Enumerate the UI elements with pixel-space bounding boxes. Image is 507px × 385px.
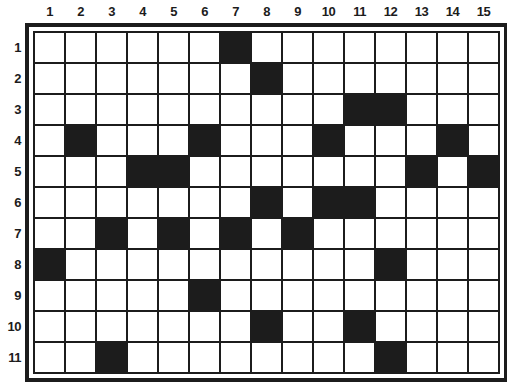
white-cell[interactable] [128, 343, 157, 372]
white-cell[interactable] [35, 281, 64, 310]
white-cell[interactable] [97, 157, 126, 186]
column-labels: 123456789101112131415 [35, 2, 498, 20]
white-cell[interactable] [469, 343, 498, 372]
white-cell[interactable] [376, 188, 405, 217]
white-cell[interactable] [97, 33, 126, 62]
white-cell[interactable] [66, 281, 95, 310]
white-cell[interactable] [314, 281, 343, 310]
column-label: 5 [159, 2, 188, 20]
white-cell[interactable] [252, 95, 281, 124]
white-cell[interactable] [283, 33, 312, 62]
black-cell [128, 157, 157, 186]
white-cell[interactable] [35, 157, 64, 186]
black-cell [345, 188, 374, 217]
white-cell[interactable] [283, 157, 312, 186]
black-cell [345, 312, 374, 341]
white-cell[interactable] [345, 157, 374, 186]
row-label: 9 [0, 281, 23, 310]
black-cell [252, 64, 281, 93]
white-cell[interactable] [314, 312, 343, 341]
white-cell[interactable] [407, 219, 436, 248]
black-cell [345, 95, 374, 124]
white-cell[interactable] [376, 312, 405, 341]
white-cell[interactable] [283, 312, 312, 341]
white-cell[interactable] [159, 188, 188, 217]
white-cell[interactable] [66, 250, 95, 279]
white-cell[interactable] [221, 312, 250, 341]
white-cell[interactable] [314, 33, 343, 62]
white-cell[interactable] [469, 219, 498, 248]
column-label: 8 [252, 2, 281, 20]
column-label: 1 [35, 2, 64, 20]
white-cell[interactable] [159, 281, 188, 310]
white-cell[interactable] [128, 219, 157, 248]
white-cell[interactable] [252, 343, 281, 372]
row-label: 1 [0, 33, 23, 62]
white-cell[interactable] [376, 64, 405, 93]
white-cell[interactable] [345, 250, 374, 279]
white-cell[interactable] [345, 219, 374, 248]
column-label: 12 [376, 2, 405, 20]
white-cell[interactable] [128, 126, 157, 155]
column-label: 13 [407, 2, 436, 20]
white-cell[interactable] [159, 126, 188, 155]
white-cell[interactable] [345, 343, 374, 372]
white-cell[interactable] [128, 250, 157, 279]
white-cell[interactable] [252, 157, 281, 186]
white-cell[interactable] [252, 33, 281, 62]
column-label: 11 [345, 2, 374, 20]
white-cell[interactable] [66, 157, 95, 186]
white-cell[interactable] [407, 250, 436, 279]
black-cell [190, 126, 219, 155]
column-label: 3 [97, 2, 126, 20]
white-cell[interactable] [283, 126, 312, 155]
white-cell[interactable] [314, 219, 343, 248]
row-label: 8 [0, 250, 23, 279]
white-cell[interactable] [66, 188, 95, 217]
puzzle-grid [33, 31, 500, 374]
white-cell[interactable] [97, 64, 126, 93]
white-cell[interactable] [407, 281, 436, 310]
white-cell[interactable] [438, 64, 467, 93]
row-label: 7 [0, 219, 23, 248]
white-cell[interactable] [221, 343, 250, 372]
white-cell[interactable] [314, 95, 343, 124]
white-cell[interactable] [314, 64, 343, 93]
white-cell[interactable] [407, 126, 436, 155]
white-cell[interactable] [438, 33, 467, 62]
white-cell[interactable] [66, 95, 95, 124]
black-cell [283, 219, 312, 248]
white-cell[interactable] [252, 219, 281, 248]
white-cell[interactable] [66, 343, 95, 372]
column-label: 4 [128, 2, 157, 20]
black-cell [314, 188, 343, 217]
white-cell[interactable] [190, 343, 219, 372]
white-cell[interactable] [190, 188, 219, 217]
white-cell[interactable] [438, 281, 467, 310]
white-cell[interactable] [283, 188, 312, 217]
white-cell[interactable] [128, 64, 157, 93]
white-cell[interactable] [438, 157, 467, 186]
row-label: 5 [0, 157, 23, 186]
white-cell[interactable] [97, 250, 126, 279]
black-cell [252, 188, 281, 217]
white-cell[interactable] [283, 64, 312, 93]
white-cell[interactable] [314, 343, 343, 372]
white-cell[interactable] [35, 64, 64, 93]
white-cell[interactable] [97, 312, 126, 341]
white-cell[interactable] [252, 250, 281, 279]
white-cell[interactable] [221, 95, 250, 124]
white-cell[interactable] [283, 343, 312, 372]
white-cell[interactable] [345, 64, 374, 93]
white-cell[interactable] [407, 343, 436, 372]
white-cell[interactable] [407, 312, 436, 341]
white-cell[interactable] [35, 343, 64, 372]
white-cell[interactable] [345, 33, 374, 62]
column-label: 7 [221, 2, 250, 20]
white-cell[interactable] [35, 312, 64, 341]
black-cell [66, 126, 95, 155]
row-labels: 1234567891011 [0, 33, 23, 372]
white-cell[interactable] [438, 95, 467, 124]
white-cell[interactable] [35, 219, 64, 248]
row-label: 10 [0, 312, 23, 341]
white-cell[interactable] [314, 157, 343, 186]
white-cell[interactable] [221, 188, 250, 217]
white-cell[interactable] [159, 95, 188, 124]
row-label: 3 [0, 95, 23, 124]
white-cell[interactable] [469, 250, 498, 279]
column-label: 14 [438, 2, 467, 20]
black-cell [159, 157, 188, 186]
black-cell [438, 126, 467, 155]
black-cell [376, 250, 405, 279]
black-cell [376, 343, 405, 372]
white-cell[interactable] [469, 188, 498, 217]
row-label: 4 [0, 126, 23, 155]
white-cell[interactable] [190, 250, 219, 279]
white-cell[interactable] [376, 126, 405, 155]
white-cell[interactable] [252, 126, 281, 155]
white-cell[interactable] [407, 64, 436, 93]
white-cell[interactable] [190, 157, 219, 186]
white-cell[interactable] [190, 95, 219, 124]
white-cell[interactable] [190, 219, 219, 248]
white-cell[interactable] [35, 95, 64, 124]
white-cell[interactable] [190, 312, 219, 341]
white-cell[interactable] [159, 250, 188, 279]
black-cell [221, 219, 250, 248]
column-label: 15 [469, 2, 498, 20]
white-cell[interactable] [469, 312, 498, 341]
white-cell[interactable] [66, 312, 95, 341]
white-cell[interactable] [128, 312, 157, 341]
white-cell[interactable] [283, 95, 312, 124]
white-cell[interactable] [283, 250, 312, 279]
white-cell[interactable] [159, 343, 188, 372]
white-cell[interactable] [376, 219, 405, 248]
white-cell[interactable] [97, 188, 126, 217]
white-cell[interactable] [128, 188, 157, 217]
black-cell [407, 157, 436, 186]
white-cell[interactable] [469, 64, 498, 93]
white-cell[interactable] [190, 33, 219, 62]
white-cell[interactable] [438, 188, 467, 217]
row-label: 2 [0, 64, 23, 93]
column-label: 6 [190, 2, 219, 20]
white-cell[interactable] [221, 157, 250, 186]
black-cell [469, 157, 498, 186]
white-cell[interactable] [376, 157, 405, 186]
white-cell[interactable] [407, 95, 436, 124]
white-cell[interactable] [97, 281, 126, 310]
column-label: 9 [283, 2, 312, 20]
white-cell[interactable] [283, 281, 312, 310]
white-cell[interactable] [407, 188, 436, 217]
row-label: 6 [0, 188, 23, 217]
white-cell[interactable] [314, 250, 343, 279]
white-cell[interactable] [35, 126, 64, 155]
white-cell[interactable] [438, 250, 467, 279]
black-cell [314, 126, 343, 155]
black-cell [221, 33, 250, 62]
white-cell[interactable] [438, 219, 467, 248]
black-cell [159, 219, 188, 248]
white-cell[interactable] [221, 250, 250, 279]
black-cell [252, 312, 281, 341]
white-cell[interactable] [376, 281, 405, 310]
white-cell[interactable] [376, 33, 405, 62]
black-cell [35, 250, 64, 279]
puzzle-board [25, 23, 507, 382]
row-label: 11 [0, 343, 23, 372]
black-cell [97, 219, 126, 248]
white-cell[interactable] [469, 95, 498, 124]
white-cell[interactable] [345, 126, 374, 155]
white-cell[interactable] [35, 188, 64, 217]
crossword-diagram: 123456789101112131415 1234567891011 [0, 0, 507, 385]
white-cell[interactable] [66, 33, 95, 62]
white-cell[interactable] [438, 312, 467, 341]
white-cell[interactable] [469, 33, 498, 62]
white-cell[interactable] [345, 281, 374, 310]
white-cell[interactable] [159, 312, 188, 341]
white-cell[interactable] [407, 33, 436, 62]
white-cell[interactable] [159, 33, 188, 62]
white-cell[interactable] [128, 33, 157, 62]
black-cell [190, 281, 219, 310]
column-label: 2 [66, 2, 95, 20]
black-cell [97, 343, 126, 372]
black-cell [376, 95, 405, 124]
white-cell[interactable] [252, 281, 281, 310]
white-cell[interactable] [469, 126, 498, 155]
white-cell[interactable] [97, 126, 126, 155]
white-cell[interactable] [66, 219, 95, 248]
white-cell[interactable] [35, 33, 64, 62]
white-cell[interactable] [438, 343, 467, 372]
column-label: 10 [314, 2, 343, 20]
white-cell[interactable] [190, 64, 219, 93]
white-cell[interactable] [221, 126, 250, 155]
white-cell[interactable] [97, 95, 126, 124]
white-cell[interactable] [128, 281, 157, 310]
white-cell[interactable] [159, 64, 188, 93]
white-cell[interactable] [221, 64, 250, 93]
white-cell[interactable] [469, 281, 498, 310]
white-cell[interactable] [128, 95, 157, 124]
white-cell[interactable] [66, 64, 95, 93]
white-cell[interactable] [221, 281, 250, 310]
